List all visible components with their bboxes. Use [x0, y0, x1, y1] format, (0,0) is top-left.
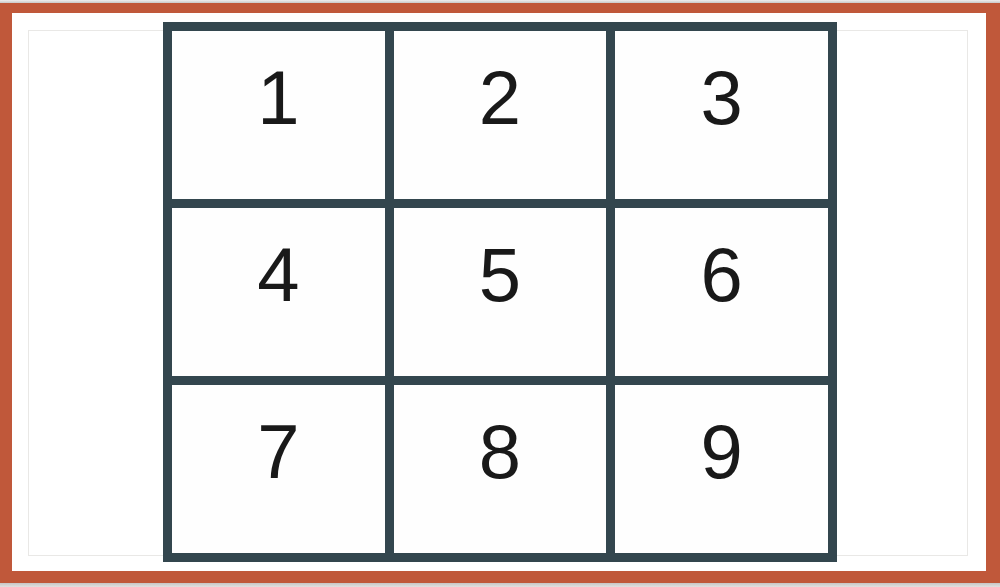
- grid-cell-1: 1: [172, 31, 385, 199]
- number-grid: 1 2 3 4 5 6 7 8 9: [163, 22, 837, 562]
- cell-value: 5: [479, 237, 521, 313]
- grid-cell-5: 5: [394, 208, 607, 376]
- grid-cell-2: 2: [394, 31, 607, 199]
- cell-value: 9: [701, 414, 743, 490]
- cell-value: 1: [257, 60, 299, 136]
- cell-value: 8: [479, 414, 521, 490]
- cell-value: 6: [701, 237, 743, 313]
- cell-value: 7: [257, 414, 299, 490]
- grid-cell-4: 4: [172, 208, 385, 376]
- framed-worksheet: 1 2 3 4 5 6 7 8 9: [0, 0, 1000, 587]
- grid-cell-7: 7: [172, 385, 385, 553]
- grid-cell-9: 9: [615, 385, 828, 553]
- grid-cell-6: 6: [615, 208, 828, 376]
- cell-value: 4: [257, 237, 299, 313]
- grid-cell-3: 3: [615, 31, 828, 199]
- cell-value: 2: [479, 60, 521, 136]
- page-edge-bottom: [0, 583, 1000, 587]
- cell-value: 3: [701, 60, 743, 136]
- grid-cell-8: 8: [394, 385, 607, 553]
